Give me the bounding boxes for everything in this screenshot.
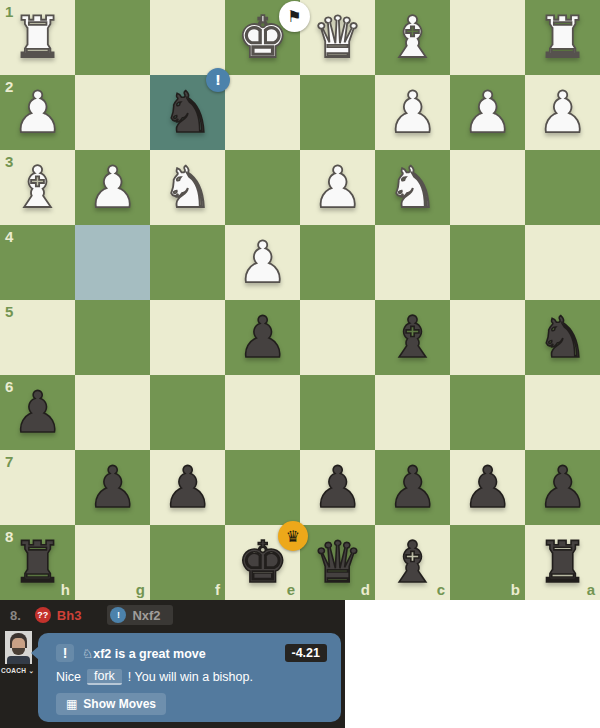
coach-title-row: ! ♘xf2 is a great move -4.21 bbox=[56, 644, 327, 662]
square-a5[interactable]: ♞ bbox=[525, 300, 600, 375]
piece-bP-h6: ♟ bbox=[0, 375, 75, 450]
coach-message: Nice fork ! You will win a bishop. bbox=[56, 669, 327, 685]
piece-wN-c3: ♞ bbox=[375, 150, 450, 225]
piece-bQ-d8: ♛ bbox=[300, 525, 375, 600]
square-d3[interactable]: ♟ bbox=[300, 150, 375, 225]
piece-wP-e4: ♟ bbox=[225, 225, 300, 300]
square-a7[interactable]: ♟ bbox=[525, 450, 600, 525]
square-e6[interactable] bbox=[225, 375, 300, 450]
rank-label-4: 4 bbox=[5, 228, 13, 245]
fork-term-link[interactable]: fork bbox=[87, 669, 122, 685]
piece-bN-a5: ♞ bbox=[525, 300, 600, 375]
blunder-badge-icon: ?? bbox=[35, 607, 51, 623]
square-h2[interactable]: 2♟ bbox=[0, 75, 75, 150]
move-white-bh3[interactable]: ?? Bh3 bbox=[35, 607, 82, 623]
square-g3[interactable]: ♟ bbox=[75, 150, 150, 225]
square-h7[interactable]: 7 bbox=[0, 450, 75, 525]
piece-wP-a2: ♟ bbox=[525, 75, 600, 150]
chevron-down-icon: ⌄ bbox=[28, 667, 34, 674]
square-b3[interactable] bbox=[450, 150, 525, 225]
square-h3[interactable]: 3♝ bbox=[0, 150, 75, 225]
chess-board[interactable]: 1♜♚♛♝♜2♟♞♟♟♟3♝♟♞♟♞4♟5♟♝♞6♟7♟♟♟♟♟♟8h♜gfe♚… bbox=[0, 0, 600, 600]
square-g8[interactable]: g bbox=[75, 525, 150, 600]
square-b8[interactable]: b bbox=[450, 525, 525, 600]
square-b2[interactable]: ♟ bbox=[450, 75, 525, 150]
square-d4[interactable] bbox=[300, 225, 375, 300]
square-g5[interactable] bbox=[75, 300, 150, 375]
square-c5[interactable]: ♝ bbox=[375, 300, 450, 375]
square-a2[interactable]: ♟ bbox=[525, 75, 600, 150]
square-a8[interactable]: a♜ bbox=[525, 525, 600, 600]
show-moves-button[interactable]: ▦ Show Moves bbox=[56, 693, 166, 715]
square-d5[interactable] bbox=[300, 300, 375, 375]
square-c8[interactable]: c♝ bbox=[375, 525, 450, 600]
avatar-shirt bbox=[7, 656, 30, 664]
square-b5[interactable] bbox=[450, 300, 525, 375]
square-b4[interactable] bbox=[450, 225, 525, 300]
piece-wN-f3: ♞ bbox=[150, 150, 225, 225]
square-h5[interactable]: 5 bbox=[0, 300, 75, 375]
square-c2[interactable]: ♟ bbox=[375, 75, 450, 150]
move-black-nxf2[interactable]: ! Nxf2 bbox=[107, 605, 172, 625]
piece-wB-c1: ♝ bbox=[375, 0, 450, 75]
square-h1[interactable]: 1♜ bbox=[0, 0, 75, 75]
piece-bB-c5: ♝ bbox=[375, 300, 450, 375]
square-h8[interactable]: 8h♜ bbox=[0, 525, 75, 600]
message-prefix: Nice bbox=[56, 670, 81, 684]
square-g6[interactable] bbox=[75, 375, 150, 450]
move-list-row: 8. ?? Bh3 ! Nxf2 bbox=[0, 600, 345, 627]
square-f7[interactable]: ♟ bbox=[150, 450, 225, 525]
white-king-flag-icon: ⚑ bbox=[279, 1, 310, 32]
square-f5[interactable] bbox=[150, 300, 225, 375]
rank-label-5: 5 bbox=[5, 303, 13, 320]
piece-bR-a8: ♜ bbox=[525, 525, 600, 600]
piece-bP-f7: ♟ bbox=[150, 450, 225, 525]
square-d1[interactable]: ♛ bbox=[300, 0, 375, 75]
show-moves-label: Show Moves bbox=[83, 697, 156, 711]
file-label-f: f bbox=[215, 581, 220, 598]
exclaim-icon: ! bbox=[56, 644, 74, 662]
coach-selector[interactable]: COACH ⌄ bbox=[1, 667, 34, 675]
rank-label-7: 7 bbox=[5, 453, 13, 470]
square-c1[interactable]: ♝ bbox=[375, 0, 450, 75]
square-b6[interactable] bbox=[450, 375, 525, 450]
message-suffix: ! You will win a bishop. bbox=[128, 670, 253, 684]
square-c3[interactable]: ♞ bbox=[375, 150, 450, 225]
piece-bB-c8: ♝ bbox=[375, 525, 450, 600]
piece-bP-d7: ♟ bbox=[300, 450, 375, 525]
piece-wR-h1: ♜ bbox=[0, 0, 75, 75]
avatar-beard bbox=[12, 648, 25, 655]
piece-wP-g3: ♟ bbox=[75, 150, 150, 225]
move-number: 8. bbox=[10, 608, 21, 623]
coach-avatar[interactable] bbox=[5, 631, 32, 664]
square-f6[interactable] bbox=[150, 375, 225, 450]
square-g2[interactable] bbox=[75, 75, 150, 150]
square-c4[interactable] bbox=[375, 225, 450, 300]
square-e5[interactable]: ♟ bbox=[225, 300, 300, 375]
square-b1[interactable] bbox=[450, 0, 525, 75]
square-c7[interactable]: ♟ bbox=[375, 450, 450, 525]
square-e4[interactable]: ♟ bbox=[225, 225, 300, 300]
piece-wQ-d1: ♛ bbox=[300, 0, 375, 75]
square-d2[interactable] bbox=[300, 75, 375, 150]
bottom-area: 8. ?? Bh3 ! Nxf2 COACH ⌄ ! ♘xf2 is a gre… bbox=[0, 600, 600, 728]
piece-wR-a1: ♜ bbox=[525, 0, 600, 75]
great-move-exclaim-icon: ! bbox=[206, 68, 230, 92]
piece-wB-h3: ♝ bbox=[0, 150, 75, 225]
square-g7[interactable]: ♟ bbox=[75, 450, 150, 525]
square-e2[interactable] bbox=[225, 75, 300, 150]
square-c6[interactable] bbox=[375, 375, 450, 450]
piece-bP-g7: ♟ bbox=[75, 450, 150, 525]
piece-bP-a7: ♟ bbox=[525, 450, 600, 525]
piece-bP-e5: ♟ bbox=[225, 300, 300, 375]
square-d7[interactable]: ♟ bbox=[300, 450, 375, 525]
file-label-b: b bbox=[511, 581, 520, 598]
knight-glyph-icon: ♘ bbox=[82, 646, 93, 661]
square-g1[interactable] bbox=[75, 0, 150, 75]
board-grid-icon: ▦ bbox=[66, 697, 77, 711]
file-label-g: g bbox=[136, 581, 145, 598]
piece-bR-h8: ♜ bbox=[0, 525, 75, 600]
square-f4[interactable] bbox=[150, 225, 225, 300]
square-d8[interactable]: d♛ bbox=[300, 525, 375, 600]
coach-speech-bubble: ! ♘xf2 is a great move -4.21 Nice fork !… bbox=[38, 633, 341, 722]
evaluation-badge: -4.21 bbox=[285, 644, 328, 662]
move-white-san: Bh3 bbox=[57, 608, 82, 623]
piece-wP-c2: ♟ bbox=[375, 75, 450, 150]
square-a3[interactable] bbox=[525, 150, 600, 225]
piece-bP-c7: ♟ bbox=[375, 450, 450, 525]
great-badge-icon: ! bbox=[110, 607, 126, 623]
square-a1[interactable]: ♜ bbox=[525, 0, 600, 75]
square-f8[interactable]: f bbox=[150, 525, 225, 600]
square-a4[interactable] bbox=[525, 225, 600, 300]
piece-wP-h2: ♟ bbox=[0, 75, 75, 150]
square-f3[interactable]: ♞ bbox=[150, 150, 225, 225]
square-b7[interactable]: ♟ bbox=[450, 450, 525, 525]
piece-wP-b2: ♟ bbox=[450, 75, 525, 150]
square-g4[interactable] bbox=[75, 225, 150, 300]
piece-wP-d3: ♟ bbox=[300, 150, 375, 225]
square-e3[interactable] bbox=[225, 150, 300, 225]
coach-title: ♘xf2 is a great move bbox=[82, 646, 206, 661]
square-h6[interactable]: 6♟ bbox=[0, 375, 75, 450]
black-king-crown-icon: ♛ bbox=[278, 521, 308, 551]
square-e7[interactable] bbox=[225, 450, 300, 525]
coach-panel: 8. ?? Bh3 ! Nxf2 COACH ⌄ ! ♘xf2 is a gre… bbox=[0, 600, 345, 728]
piece-bP-b7: ♟ bbox=[450, 450, 525, 525]
square-h4[interactable]: 4 bbox=[0, 225, 75, 300]
square-d6[interactable] bbox=[300, 375, 375, 450]
move-black-san: Nxf2 bbox=[132, 608, 160, 623]
square-a6[interactable] bbox=[525, 375, 600, 450]
square-f1[interactable] bbox=[150, 0, 225, 75]
